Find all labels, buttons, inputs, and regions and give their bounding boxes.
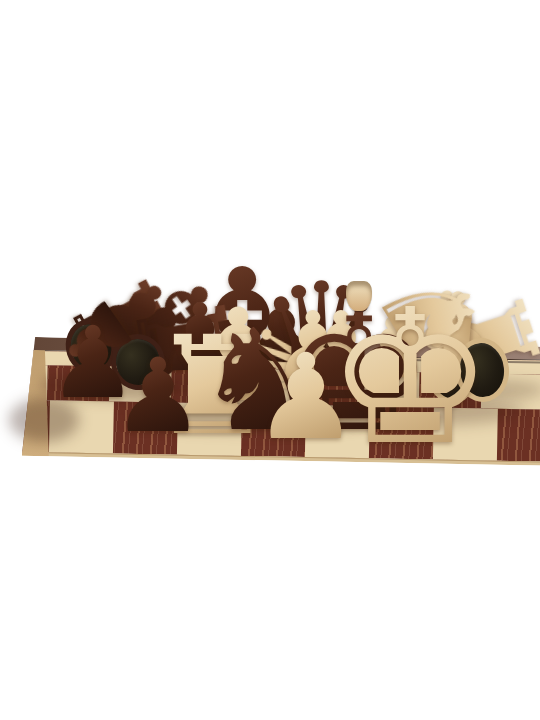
dark-pawn-standing-front: ♟ [112,345,203,447]
chess-set-product-photo: ♜♟♟♜♝♟♟♟♝♜♟♞♟♛♟♟♟♛♚♟♚♞♟♟♝♜ [0,0,540,720]
dark-king-cup-finial [346,281,372,311]
light-pawn-standing-front: ♟ [253,338,359,456]
